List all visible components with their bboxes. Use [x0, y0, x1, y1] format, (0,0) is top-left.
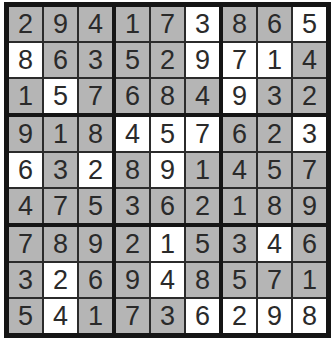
cell-r7c5[interactable]: 1	[151, 227, 184, 261]
cell-r8c2[interactable]: 2	[44, 263, 77, 297]
cell-r9c1[interactable]: 5	[9, 299, 42, 333]
cell-r9c5[interactable]: 3	[151, 299, 184, 333]
cell-r8c8[interactable]: 7	[258, 263, 291, 297]
cell-r9c6[interactable]: 6	[186, 299, 219, 333]
cell-r4c8[interactable]: 2	[258, 117, 291, 151]
cell-r9c3[interactable]: 1	[79, 299, 112, 333]
cell-r7c2[interactable]: 8	[44, 227, 77, 261]
cell-r3c2[interactable]: 5	[44, 79, 77, 113]
cell-r5c1[interactable]: 6	[9, 153, 42, 187]
cell-r7c4[interactable]: 2	[116, 227, 149, 261]
cell-r6c7[interactable]: 1	[223, 189, 256, 223]
cell-r6c4[interactable]: 3	[116, 189, 149, 223]
cell-r1c9[interactable]: 5	[293, 7, 326, 41]
cell-r4c7[interactable]: 6	[223, 117, 256, 151]
cell-r5c2[interactable]: 3	[44, 153, 77, 187]
box-3-3: 346571298	[223, 227, 326, 333]
cell-r5c3[interactable]: 2	[79, 153, 112, 187]
cell-r8c6[interactable]: 8	[186, 263, 219, 297]
box-2-2: 457891362	[116, 117, 219, 223]
cell-r9c9[interactable]: 8	[293, 299, 326, 333]
cell-r8c7[interactable]: 5	[223, 263, 256, 297]
cell-r2c5[interactable]: 2	[151, 43, 184, 77]
cell-r2c1[interactable]: 8	[9, 43, 42, 77]
cell-r7c9[interactable]: 6	[293, 227, 326, 261]
cell-r5c4[interactable]: 8	[116, 153, 149, 187]
box-1-3: 865714932	[223, 7, 326, 113]
cell-r3c9[interactable]: 2	[293, 79, 326, 113]
cell-r2c6[interactable]: 9	[186, 43, 219, 77]
cell-r7c8[interactable]: 4	[258, 227, 291, 261]
cell-r4c9[interactable]: 3	[293, 117, 326, 151]
cell-r6c3[interactable]: 5	[79, 189, 112, 223]
cell-r4c3[interactable]: 8	[79, 117, 112, 151]
cell-r9c4[interactable]: 7	[116, 299, 149, 333]
box-2-1: 918632475	[9, 117, 112, 223]
cell-r5c5[interactable]: 9	[151, 153, 184, 187]
cell-r6c1[interactable]: 4	[9, 189, 42, 223]
cell-r6c6[interactable]: 2	[186, 189, 219, 223]
cell-r5c7[interactable]: 4	[223, 153, 256, 187]
cell-r2c2[interactable]: 6	[44, 43, 77, 77]
sudoku-board: 2948631571735296848657149329186324754578…	[4, 2, 331, 338]
cell-r1c5[interactable]: 7	[151, 7, 184, 41]
cell-r5c9[interactable]: 7	[293, 153, 326, 187]
cell-r7c1[interactable]: 7	[9, 227, 42, 261]
cell-r9c8[interactable]: 9	[258, 299, 291, 333]
cell-r2c3[interactable]: 3	[79, 43, 112, 77]
cell-r8c4[interactable]: 9	[116, 263, 149, 297]
sudoku-page: 2948631571735296848657149329186324754578…	[0, 0, 336, 340]
cell-r3c7[interactable]: 9	[223, 79, 256, 113]
cell-r2c8[interactable]: 1	[258, 43, 291, 77]
cell-r1c6[interactable]: 3	[186, 7, 219, 41]
cell-r7c6[interactable]: 5	[186, 227, 219, 261]
cell-r7c7[interactable]: 3	[223, 227, 256, 261]
cell-r1c2[interactable]: 9	[44, 7, 77, 41]
cell-r3c6[interactable]: 4	[186, 79, 219, 113]
cell-r3c8[interactable]: 3	[258, 79, 291, 113]
cell-r6c8[interactable]: 8	[258, 189, 291, 223]
cell-r8c1[interactable]: 3	[9, 263, 42, 297]
cell-r5c8[interactable]: 5	[258, 153, 291, 187]
box-2-3: 623457189	[223, 117, 326, 223]
cell-r3c1[interactable]: 1	[9, 79, 42, 113]
cell-r1c3[interactable]: 4	[79, 7, 112, 41]
cell-r1c4[interactable]: 1	[116, 7, 149, 41]
box-3-2: 215948736	[116, 227, 219, 333]
cell-r7c3[interactable]: 9	[79, 227, 112, 261]
cell-r4c5[interactable]: 5	[151, 117, 184, 151]
cell-r3c5[interactable]: 8	[151, 79, 184, 113]
cell-r1c8[interactable]: 6	[258, 7, 291, 41]
cell-r2c7[interactable]: 7	[223, 43, 256, 77]
cell-r8c3[interactable]: 6	[79, 263, 112, 297]
cell-r3c3[interactable]: 7	[79, 79, 112, 113]
cell-r6c2[interactable]: 7	[44, 189, 77, 223]
cell-r9c7[interactable]: 2	[223, 299, 256, 333]
cell-r4c2[interactable]: 1	[44, 117, 77, 151]
cell-r8c9[interactable]: 1	[293, 263, 326, 297]
cell-r4c1[interactable]: 9	[9, 117, 42, 151]
cell-r5c6[interactable]: 1	[186, 153, 219, 187]
box-1-1: 294863157	[9, 7, 112, 113]
cell-r1c7[interactable]: 8	[223, 7, 256, 41]
cell-r2c9[interactable]: 4	[293, 43, 326, 77]
cell-r8c5[interactable]: 4	[151, 263, 184, 297]
cell-r9c2[interactable]: 4	[44, 299, 77, 333]
cell-r2c4[interactable]: 5	[116, 43, 149, 77]
cell-r6c9[interactable]: 9	[293, 189, 326, 223]
cell-r4c6[interactable]: 7	[186, 117, 219, 151]
box-3-1: 789326541	[9, 227, 112, 333]
cell-r6c5[interactable]: 6	[151, 189, 184, 223]
cell-r1c1[interactable]: 2	[9, 7, 42, 41]
cell-r3c4[interactable]: 6	[116, 79, 149, 113]
cell-r4c4[interactable]: 4	[116, 117, 149, 151]
box-1-2: 173529684	[116, 7, 219, 113]
